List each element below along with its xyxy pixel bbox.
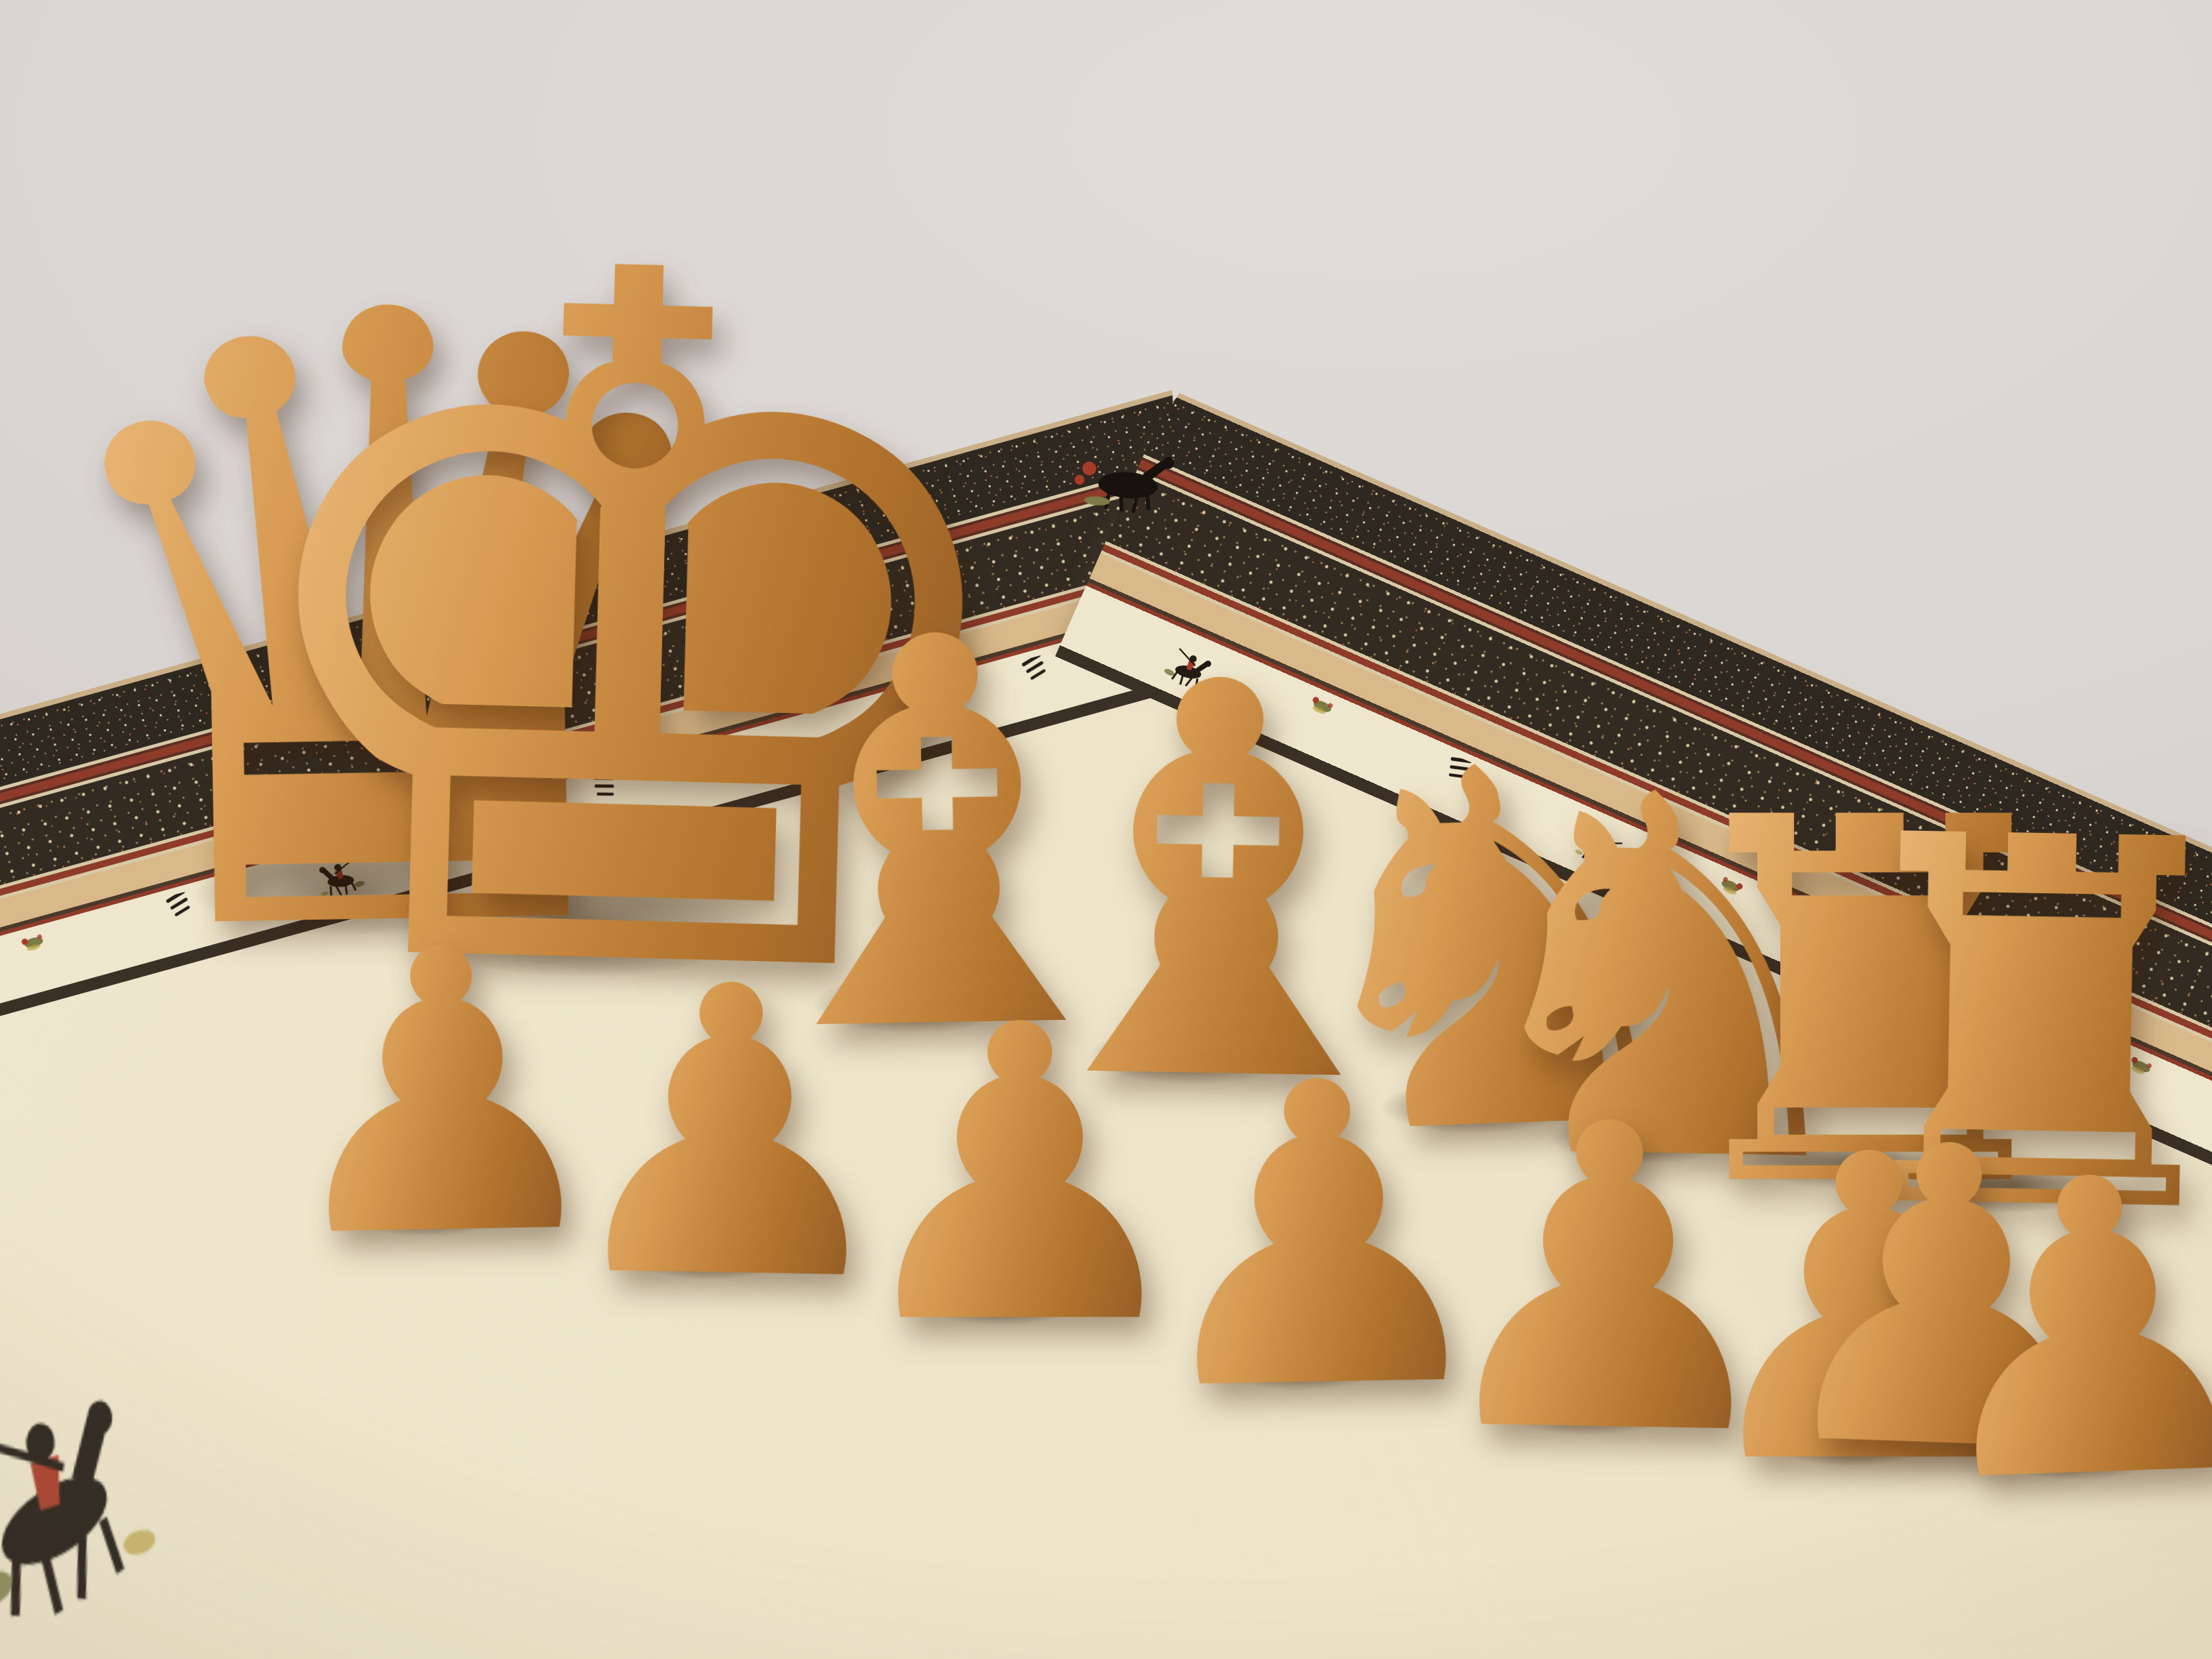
- piece-pawn-pawn[interactable]: ♟: [1905, 1122, 2212, 1540]
- rider-motif-icon: [0, 1327, 186, 1653]
- photo-scene: ♛♚♝♝♞♞♜♜♟♟♟♟♟♟♟♟: [0, 0, 2212, 1659]
- beast-motif-icon: [1044, 438, 1225, 527]
